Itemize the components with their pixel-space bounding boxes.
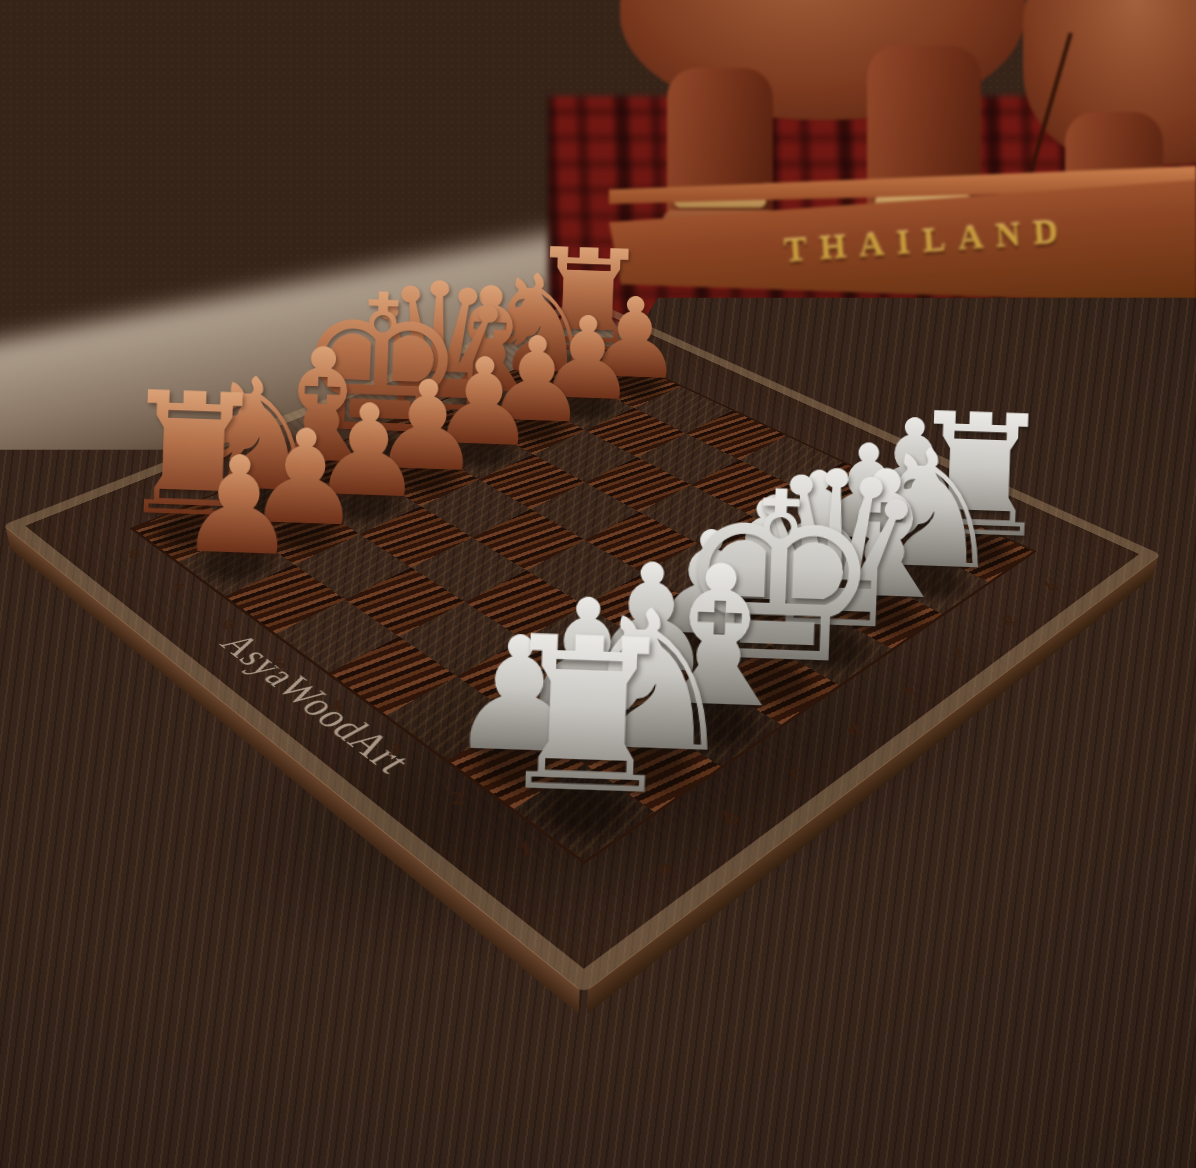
rook-glyph: ♜ bbox=[489, 608, 686, 826]
chessboard-3d-anchor: AsyaWoodArt 12345678abcdefgh♜♞♝♚♛♝♞♜♟♟♟♟… bbox=[161, 116, 1009, 964]
pawn-glyph: ♟ bbox=[176, 437, 301, 575]
photo-scene: THAILAND AsyaWoodArt 12345678abcdefgh♜♞♝… bbox=[0, 0, 1196, 1168]
